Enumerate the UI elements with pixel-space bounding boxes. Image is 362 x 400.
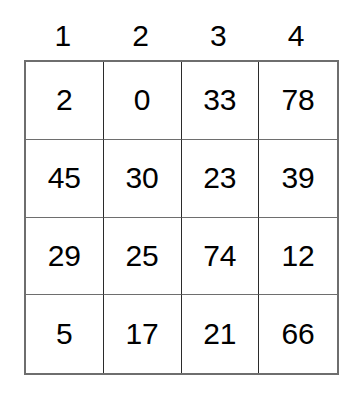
number-grid-board: 1 2 3 4 2 0 33 78 45 30 23 39 29 25 74 1…	[24, 0, 339, 375]
cell-r4-c2: 17	[104, 295, 182, 373]
cell-r2-c1: 45	[26, 140, 104, 218]
column-header-row: 1 2 3 4	[24, 0, 339, 60]
cell-r2-c3: 23	[182, 140, 260, 218]
cell-r1-c2: 0	[104, 62, 182, 140]
cell-r1-c1: 2	[26, 62, 104, 140]
cell-r2-c2: 30	[104, 140, 182, 218]
cell-r1-c4: 78	[259, 62, 337, 140]
cell-r4-c1: 5	[26, 295, 104, 373]
cell-r4-c4: 66	[259, 295, 337, 373]
cell-r3-c4: 12	[259, 218, 337, 296]
cell-r2-c4: 39	[259, 140, 337, 218]
cell-r1-c3: 33	[182, 62, 260, 140]
column-header-1: 1	[55, 21, 72, 60]
cell-r3-c2: 25	[104, 218, 182, 296]
cell-r4-c3: 21	[182, 295, 260, 373]
column-header-3: 3	[210, 21, 227, 60]
number-grid: 2 0 33 78 45 30 23 39 29 25 74 12 5 17 2…	[24, 60, 339, 375]
column-header-4: 4	[288, 21, 305, 60]
cell-r3-c3: 74	[182, 218, 260, 296]
column-header-2: 2	[132, 21, 149, 60]
cell-r3-c1: 29	[26, 218, 104, 296]
